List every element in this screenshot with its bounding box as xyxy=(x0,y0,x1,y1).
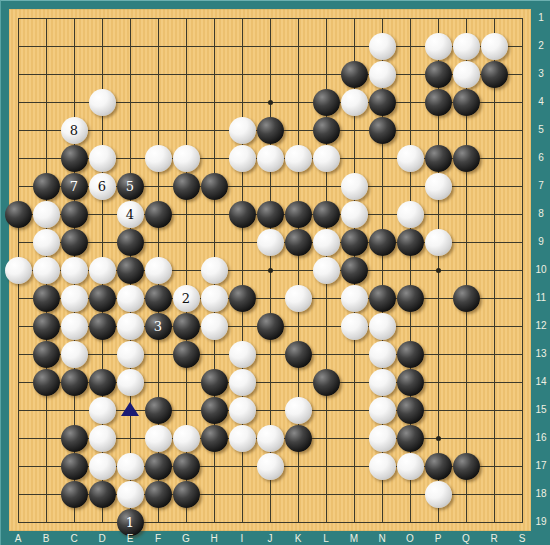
white-stone-Q2 xyxy=(453,33,480,60)
column-label-F: F xyxy=(152,534,164,544)
black-stone-Q11 xyxy=(453,285,480,312)
white-stone-F6 xyxy=(145,145,172,172)
white-stone-H12 xyxy=(201,313,228,340)
move-number-label: 4 xyxy=(126,208,134,221)
white-stone-F10 xyxy=(145,257,172,284)
go-diagram-frame: 87654231 ABCDEFGHIJKLMNOPQRS123456789101… xyxy=(0,0,550,545)
black-stone-M3 xyxy=(341,61,368,88)
black-stone-H15 xyxy=(201,397,228,424)
black-stone-F11 xyxy=(145,285,172,312)
white-stone-N17 xyxy=(369,453,396,480)
move-number-label: 1 xyxy=(126,516,134,529)
white-stone-E11 xyxy=(117,285,144,312)
black-stone-K16 xyxy=(285,425,312,452)
white-stone-J9 xyxy=(257,229,284,256)
white-stone-P9 xyxy=(425,229,452,256)
row-label-14: 14 xyxy=(534,377,548,387)
move-number-label: 8 xyxy=(70,124,78,137)
black-stone-C14 xyxy=(61,369,88,396)
column-label-N: N xyxy=(376,534,388,544)
column-label-I: I xyxy=(236,534,248,544)
row-label-13: 13 xyxy=(534,349,548,359)
white-stone-A10 xyxy=(5,257,32,284)
white-stone-M4 xyxy=(341,89,368,116)
black-stone-A8 xyxy=(5,201,32,228)
black-stone-E19: 1 xyxy=(117,509,144,536)
black-stone-H14 xyxy=(201,369,228,396)
black-stone-M9 xyxy=(341,229,368,256)
black-stone-B12 xyxy=(33,313,60,340)
black-stone-H16 xyxy=(201,425,228,452)
white-stone-E17 xyxy=(117,453,144,480)
black-stone-J8 xyxy=(257,201,284,228)
black-stone-I11 xyxy=(229,285,256,312)
black-stone-C8 xyxy=(61,201,88,228)
row-label-15: 15 xyxy=(534,405,548,415)
white-stone-B8 xyxy=(33,201,60,228)
black-stone-N11 xyxy=(369,285,396,312)
grid-line-v xyxy=(494,18,495,523)
column-label-D: D xyxy=(96,534,108,544)
black-stone-I8 xyxy=(229,201,256,228)
black-stone-G12 xyxy=(173,313,200,340)
white-stone-N12 xyxy=(369,313,396,340)
move-number-label: 5 xyxy=(126,180,134,193)
black-stone-F8 xyxy=(145,201,172,228)
black-stone-K9 xyxy=(285,229,312,256)
white-stone-L6 xyxy=(313,145,340,172)
grid-line-h xyxy=(18,354,523,355)
row-label-10: 10 xyxy=(534,265,548,275)
white-stone-J17 xyxy=(257,453,284,480)
black-stone-C18 xyxy=(61,481,88,508)
black-stone-B11 xyxy=(33,285,60,312)
black-stone-F18 xyxy=(145,481,172,508)
black-stone-L14 xyxy=(313,369,340,396)
row-label-2: 2 xyxy=(534,41,548,51)
white-stone-P2 xyxy=(425,33,452,60)
column-label-K: K xyxy=(292,534,304,544)
black-stone-C7: 7 xyxy=(61,173,88,200)
column-label-P: P xyxy=(432,534,444,544)
white-stone-I13 xyxy=(229,341,256,368)
white-stone-C5: 8 xyxy=(61,117,88,144)
row-label-5: 5 xyxy=(534,125,548,135)
column-label-H: H xyxy=(208,534,220,544)
row-label-4: 4 xyxy=(534,97,548,107)
column-label-C: C xyxy=(68,534,80,544)
row-label-11: 11 xyxy=(534,293,548,303)
black-stone-Q6 xyxy=(453,145,480,172)
white-stone-L10 xyxy=(313,257,340,284)
white-stone-C10 xyxy=(61,257,88,284)
black-stone-F12: 3 xyxy=(145,313,172,340)
black-stone-H7 xyxy=(201,173,228,200)
black-stone-J12 xyxy=(257,313,284,340)
column-label-G: G xyxy=(180,534,192,544)
white-stone-N15 xyxy=(369,397,396,424)
row-label-7: 7 xyxy=(534,181,548,191)
black-stone-D12 xyxy=(89,313,116,340)
black-stone-K13 xyxy=(285,341,312,368)
white-stone-F16 xyxy=(145,425,172,452)
black-stone-K8 xyxy=(285,201,312,228)
white-stone-K11 xyxy=(285,285,312,312)
black-stone-P4 xyxy=(425,89,452,116)
black-stone-E9 xyxy=(117,229,144,256)
white-stone-R2 xyxy=(481,33,508,60)
white-stone-D15 xyxy=(89,397,116,424)
star-point xyxy=(268,100,273,105)
column-label-J: J xyxy=(264,534,276,544)
black-stone-B7 xyxy=(33,173,60,200)
black-stone-L4 xyxy=(313,89,340,116)
black-stone-P6 xyxy=(425,145,452,172)
white-stone-O6 xyxy=(397,145,424,172)
black-stone-M10 xyxy=(341,257,368,284)
black-stone-G17 xyxy=(173,453,200,480)
star-point xyxy=(436,268,441,273)
white-stone-N13 xyxy=(369,341,396,368)
black-stone-D18 xyxy=(89,481,116,508)
row-label-12: 12 xyxy=(534,321,548,331)
white-stone-L9 xyxy=(313,229,340,256)
column-label-O: O xyxy=(404,534,416,544)
white-stone-P7 xyxy=(425,173,452,200)
black-stone-J5 xyxy=(257,117,284,144)
white-stone-K15 xyxy=(285,397,312,424)
black-stone-O16 xyxy=(397,425,424,452)
black-stone-R3 xyxy=(481,61,508,88)
black-stone-O13 xyxy=(397,341,424,368)
column-label-L: L xyxy=(320,534,332,544)
black-stone-B13 xyxy=(33,341,60,368)
white-stone-D4 xyxy=(89,89,116,116)
black-stone-L8 xyxy=(313,201,340,228)
white-stone-G11: 2 xyxy=(173,285,200,312)
white-stone-N16 xyxy=(369,425,396,452)
white-stone-D7: 6 xyxy=(89,173,116,200)
column-label-B: B xyxy=(40,534,52,544)
black-stone-Q17 xyxy=(453,453,480,480)
move-number-label: 6 xyxy=(98,180,106,193)
white-stone-B9 xyxy=(33,229,60,256)
black-stone-G18 xyxy=(173,481,200,508)
white-stone-C11 xyxy=(61,285,88,312)
white-stone-G16 xyxy=(173,425,200,452)
black-stone-B14 xyxy=(33,369,60,396)
black-stone-Q4 xyxy=(453,89,480,116)
white-stone-Q3 xyxy=(453,61,480,88)
white-stone-H10 xyxy=(201,257,228,284)
white-stone-D17 xyxy=(89,453,116,480)
white-stone-I5 xyxy=(229,117,256,144)
white-stone-I6 xyxy=(229,145,256,172)
white-stone-C12 xyxy=(61,313,88,340)
white-stone-J6 xyxy=(257,145,284,172)
black-stone-O11 xyxy=(397,285,424,312)
white-stone-I14 xyxy=(229,369,256,396)
white-stone-E18 xyxy=(117,481,144,508)
black-stone-D14 xyxy=(89,369,116,396)
row-label-19: 19 xyxy=(534,517,548,527)
row-label-6: 6 xyxy=(534,153,548,163)
go-board: 87654231 xyxy=(9,9,531,531)
star-point xyxy=(436,436,441,441)
white-stone-D6 xyxy=(89,145,116,172)
white-stone-E12 xyxy=(117,313,144,340)
black-stone-N4 xyxy=(369,89,396,116)
move-number-label: 3 xyxy=(154,320,162,333)
black-stone-F15 xyxy=(145,397,172,424)
black-stone-E7: 5 xyxy=(117,173,144,200)
column-label-A: A xyxy=(12,534,24,544)
black-stone-N5 xyxy=(369,117,396,144)
white-stone-D10 xyxy=(89,257,116,284)
black-stone-O9 xyxy=(397,229,424,256)
black-stone-P3 xyxy=(425,61,452,88)
black-stone-C17 xyxy=(61,453,88,480)
white-stone-G6 xyxy=(173,145,200,172)
black-stone-N9 xyxy=(369,229,396,256)
white-stone-E13 xyxy=(117,341,144,368)
row-label-8: 8 xyxy=(534,209,548,219)
black-stone-G13 xyxy=(173,341,200,368)
grid-line-v xyxy=(522,18,523,523)
white-stone-O17 xyxy=(397,453,424,480)
black-stone-P17 xyxy=(425,453,452,480)
white-stone-N3 xyxy=(369,61,396,88)
white-stone-M12 xyxy=(341,313,368,340)
row-label-3: 3 xyxy=(534,69,548,79)
row-label-16: 16 xyxy=(534,433,548,443)
triangle-marker xyxy=(121,402,139,416)
white-stone-K6 xyxy=(285,145,312,172)
white-stone-M11 xyxy=(341,285,368,312)
white-stone-J16 xyxy=(257,425,284,452)
white-stone-M8 xyxy=(341,201,368,228)
white-stone-C13 xyxy=(61,341,88,368)
black-stone-C6 xyxy=(61,145,88,172)
move-number-label: 7 xyxy=(70,180,78,193)
white-stone-I16 xyxy=(229,425,256,452)
black-stone-G7 xyxy=(173,173,200,200)
white-stone-N14 xyxy=(369,369,396,396)
column-label-S: S xyxy=(516,534,528,544)
column-label-R: R xyxy=(488,534,500,544)
column-label-M: M xyxy=(348,534,360,544)
move-number-label: 2 xyxy=(182,292,190,305)
grid-line-h xyxy=(18,522,523,523)
column-label-Q: Q xyxy=(460,534,472,544)
star-point xyxy=(268,268,273,273)
white-stone-E8: 4 xyxy=(117,201,144,228)
black-stone-D11 xyxy=(89,285,116,312)
white-stone-D16 xyxy=(89,425,116,452)
white-stone-P18 xyxy=(425,481,452,508)
black-stone-O15 xyxy=(397,397,424,424)
black-stone-C9 xyxy=(61,229,88,256)
row-label-1: 1 xyxy=(534,13,548,23)
black-stone-C16 xyxy=(61,425,88,452)
black-stone-E10 xyxy=(117,257,144,284)
row-label-9: 9 xyxy=(534,237,548,247)
black-stone-L5 xyxy=(313,117,340,144)
white-stone-E14 xyxy=(117,369,144,396)
white-stone-O8 xyxy=(397,201,424,228)
row-label-17: 17 xyxy=(534,461,548,471)
row-label-18: 18 xyxy=(534,489,548,499)
white-stone-M7 xyxy=(341,173,368,200)
black-stone-O14 xyxy=(397,369,424,396)
black-stone-F17 xyxy=(145,453,172,480)
white-stone-H11 xyxy=(201,285,228,312)
white-stone-N2 xyxy=(369,33,396,60)
white-stone-B10 xyxy=(33,257,60,284)
column-label-E: E xyxy=(124,534,136,544)
white-stone-I15 xyxy=(229,397,256,424)
